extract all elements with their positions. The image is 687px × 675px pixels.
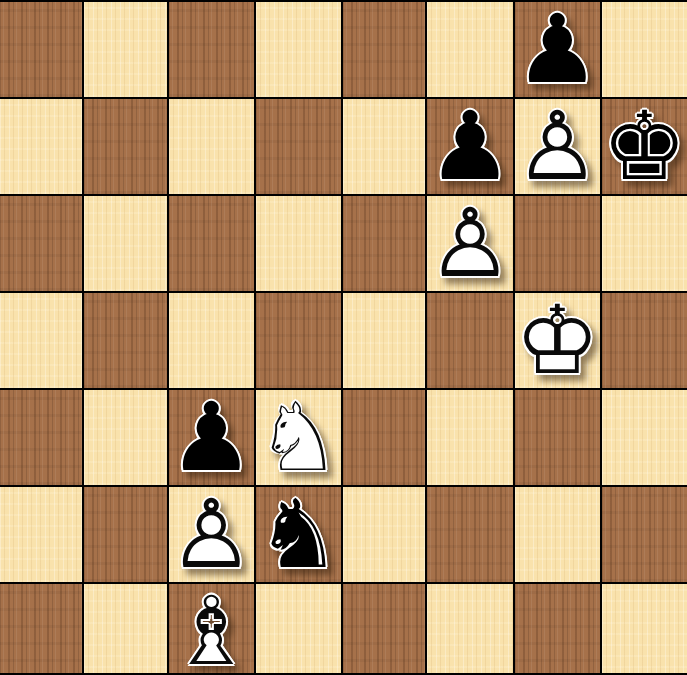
piece-glyph: ♚ (602, 99, 687, 194)
square-h4[interactable] (602, 293, 687, 388)
square-d2[interactable]: ♞ (256, 487, 341, 582)
square-a1[interactable] (0, 584, 82, 675)
square-h7[interactable] (602, 2, 687, 97)
square-b5[interactable] (84, 196, 166, 291)
piece-outline-layer: ♙ (515, 99, 600, 194)
square-f5[interactable]: ♟♙ (427, 196, 512, 291)
square-h2[interactable] (602, 487, 687, 582)
square-g4[interactable]: ♚♔ (515, 293, 600, 388)
square-f6[interactable]: ♟ (427, 99, 512, 194)
square-e7[interactable] (343, 2, 425, 97)
piece-white-pawn[interactable]: ♟♙ (169, 487, 254, 582)
square-h3[interactable] (602, 390, 687, 485)
square-e4[interactable] (343, 293, 425, 388)
square-g3[interactable] (515, 390, 600, 485)
piece-white-pawn[interactable]: ♟♙ (515, 99, 600, 194)
square-e6[interactable] (343, 99, 425, 194)
square-h5[interactable] (602, 196, 687, 291)
square-c2[interactable]: ♟♙ (169, 487, 254, 582)
square-a3[interactable] (0, 390, 82, 485)
square-c3[interactable]: ♟ (169, 390, 254, 485)
square-b4[interactable] (84, 293, 166, 388)
square-d7[interactable] (256, 2, 341, 97)
piece-black-pawn[interactable]: ♟ (515, 2, 600, 97)
piece-outline-layer: ♙ (169, 487, 254, 582)
piece-glyph: ♟ (169, 390, 254, 485)
square-a5[interactable] (0, 196, 82, 291)
square-c7[interactable] (169, 2, 254, 97)
square-f7[interactable] (427, 2, 512, 97)
square-b6[interactable] (84, 99, 166, 194)
square-a4[interactable] (0, 293, 82, 388)
piece-glyph: ♞ (256, 487, 341, 582)
piece-black-knight[interactable]: ♞ (256, 487, 341, 582)
square-d3[interactable]: ♞♘ (256, 390, 341, 485)
square-g1[interactable] (515, 584, 600, 675)
square-d5[interactable] (256, 196, 341, 291)
piece-black-king[interactable]: ♚ (602, 99, 687, 194)
square-f1[interactable] (427, 584, 512, 675)
piece-white-king[interactable]: ♚♔ (515, 293, 600, 388)
square-b2[interactable] (84, 487, 166, 582)
square-b7[interactable] (84, 2, 166, 97)
piece-white-bishop[interactable]: ♝♗ (169, 584, 254, 675)
square-e1[interactable] (343, 584, 425, 675)
square-e3[interactable] (343, 390, 425, 485)
square-d1[interactable] (256, 584, 341, 675)
square-e5[interactable] (343, 196, 425, 291)
piece-glyph: ♟ (427, 99, 512, 194)
square-c4[interactable] (169, 293, 254, 388)
square-h6[interactable]: ♚ (602, 99, 687, 194)
square-c6[interactable] (169, 99, 254, 194)
square-b3[interactable] (84, 390, 166, 485)
piece-outline-layer: ♗ (169, 584, 254, 675)
square-g2[interactable] (515, 487, 600, 582)
square-a7[interactable] (0, 2, 82, 97)
square-a6[interactable] (0, 99, 82, 194)
square-d4[interactable] (256, 293, 341, 388)
square-g6[interactable]: ♟♙ (515, 99, 600, 194)
piece-black-pawn[interactable]: ♟ (169, 390, 254, 485)
square-g7[interactable]: ♟ (515, 2, 600, 97)
piece-outline-layer: ♘ (256, 390, 341, 485)
square-f4[interactable] (427, 293, 512, 388)
square-c5[interactable] (169, 196, 254, 291)
square-f2[interactable] (427, 487, 512, 582)
square-h1[interactable] (602, 584, 687, 675)
square-c1[interactable]: ♝♗ (169, 584, 254, 675)
square-e2[interactable] (343, 487, 425, 582)
piece-outline-layer: ♙ (427, 196, 512, 291)
square-d6[interactable] (256, 99, 341, 194)
square-f3[interactable] (427, 390, 512, 485)
chess-board: ♟♟♟♙♚♟♙♚♔♟♞♘♟♙♞♝♗ (0, 0, 687, 675)
square-b1[interactable] (84, 584, 166, 675)
piece-black-pawn[interactable]: ♟ (427, 99, 512, 194)
piece-white-pawn[interactable]: ♟♙ (427, 196, 512, 291)
piece-white-knight[interactable]: ♞♘ (256, 390, 341, 485)
square-g5[interactable] (515, 196, 600, 291)
piece-glyph: ♟ (515, 2, 600, 97)
square-a2[interactable] (0, 487, 82, 582)
piece-outline-layer: ♔ (515, 293, 600, 388)
